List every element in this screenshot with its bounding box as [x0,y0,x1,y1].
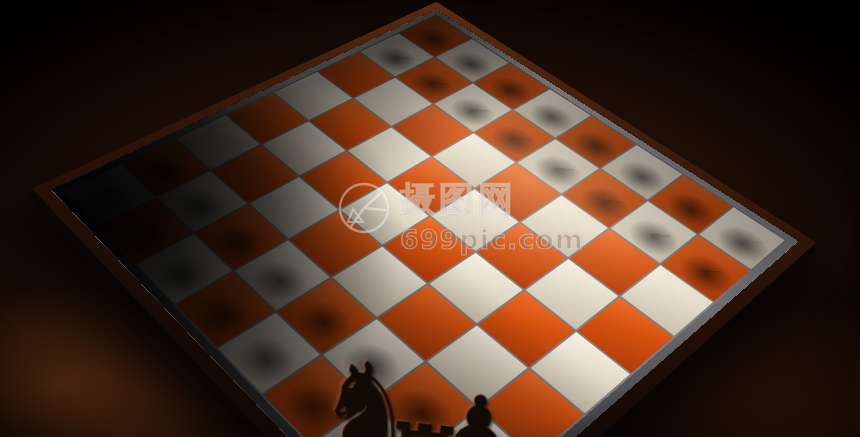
chess-board: ♜♞♝♛♚♝♞♜♟♟♟♟♟♟♟♟♟♟♟♟♟♟♟♟♜♞♝♚♛♝♞♜ [124,0,735,437]
board-trim: ♜♞♝♛♚♝♞♜♟♟♟♟♟♟♟♟♟♟♟♟♟♟♟♟♜♞♝♚♛♝♞♜ [51,10,798,437]
scene: ♜♞♝♛♚♝♞♜♟♟♟♟♟♟♟♟♟♟♟♟♟♟♟♟♜♞♝♚♛♝♞♜ 摄图网 699… [0,0,860,437]
board-frame: ♜♞♝♛♚♝♞♜♟♟♟♟♟♟♟♟♟♟♟♟♟♟♟♟♜♞♝♚♛♝♞♜ [32,2,816,437]
board-grid: ♜♞♝♛♚♝♞♜♟♟♟♟♟♟♟♟♟♟♟♟♟♟♟♟♜♞♝♚♛♝♞♜ [63,15,788,437]
